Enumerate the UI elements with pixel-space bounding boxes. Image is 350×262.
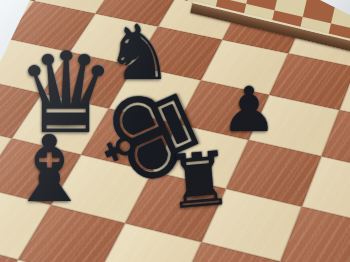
chessboard-photo: ♛ ♞ ♟ ♝ ♚ ♜ <box>0 0 350 262</box>
black-pawn-piece: ♟ <box>218 79 280 141</box>
background-wall-top-right <box>318 0 350 16</box>
black-rook-piece: ♜ <box>161 140 237 220</box>
